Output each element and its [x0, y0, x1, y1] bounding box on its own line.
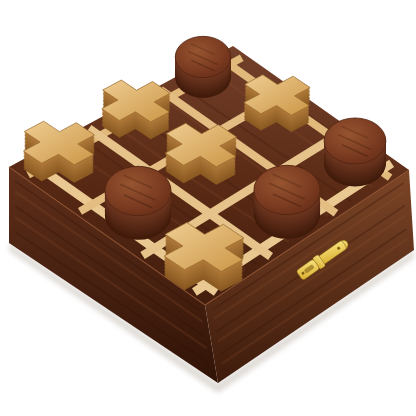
piece-o-disc: [105, 166, 171, 239]
product-photo-scene: [0, 0, 416, 416]
piece-o-disc: [254, 165, 320, 238]
wooden-tictactoe-box: [0, 0, 416, 416]
piece-o-disc: [324, 118, 386, 187]
piece-o-disc: [175, 36, 230, 98]
